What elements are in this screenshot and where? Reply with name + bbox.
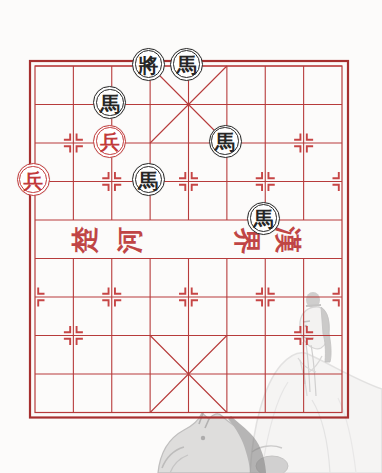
piece-glyph: 兵	[23, 170, 43, 190]
piece-glyph: 馬	[177, 55, 197, 75]
piece-glyph: 馬	[138, 170, 158, 190]
piece-glyph: 馬	[253, 209, 273, 229]
piece-black-general[interactable]: 將	[132, 48, 165, 81]
piece-black-horse[interactable]: 馬	[170, 48, 203, 81]
piece-glyph: 馬	[215, 132, 235, 152]
piece-red-soldier[interactable]: 兵	[93, 125, 126, 158]
pieces-layer: 將馬馬兵馬兵馬馬	[0, 0, 382, 473]
piece-black-horse[interactable]: 馬	[247, 202, 280, 235]
piece-glyph: 兵	[100, 132, 120, 152]
piece-black-horse[interactable]: 馬	[132, 163, 165, 196]
piece-glyph: 馬	[100, 93, 120, 113]
piece-red-soldier[interactable]: 兵	[17, 163, 50, 196]
piece-black-horse[interactable]: 馬	[93, 86, 126, 119]
xiangqi-board-screenshot: 楚 河 界 漢 將馬馬兵馬兵馬馬	[0, 0, 382, 473]
piece-black-horse[interactable]: 馬	[209, 125, 242, 158]
piece-glyph: 將	[138, 55, 158, 75]
